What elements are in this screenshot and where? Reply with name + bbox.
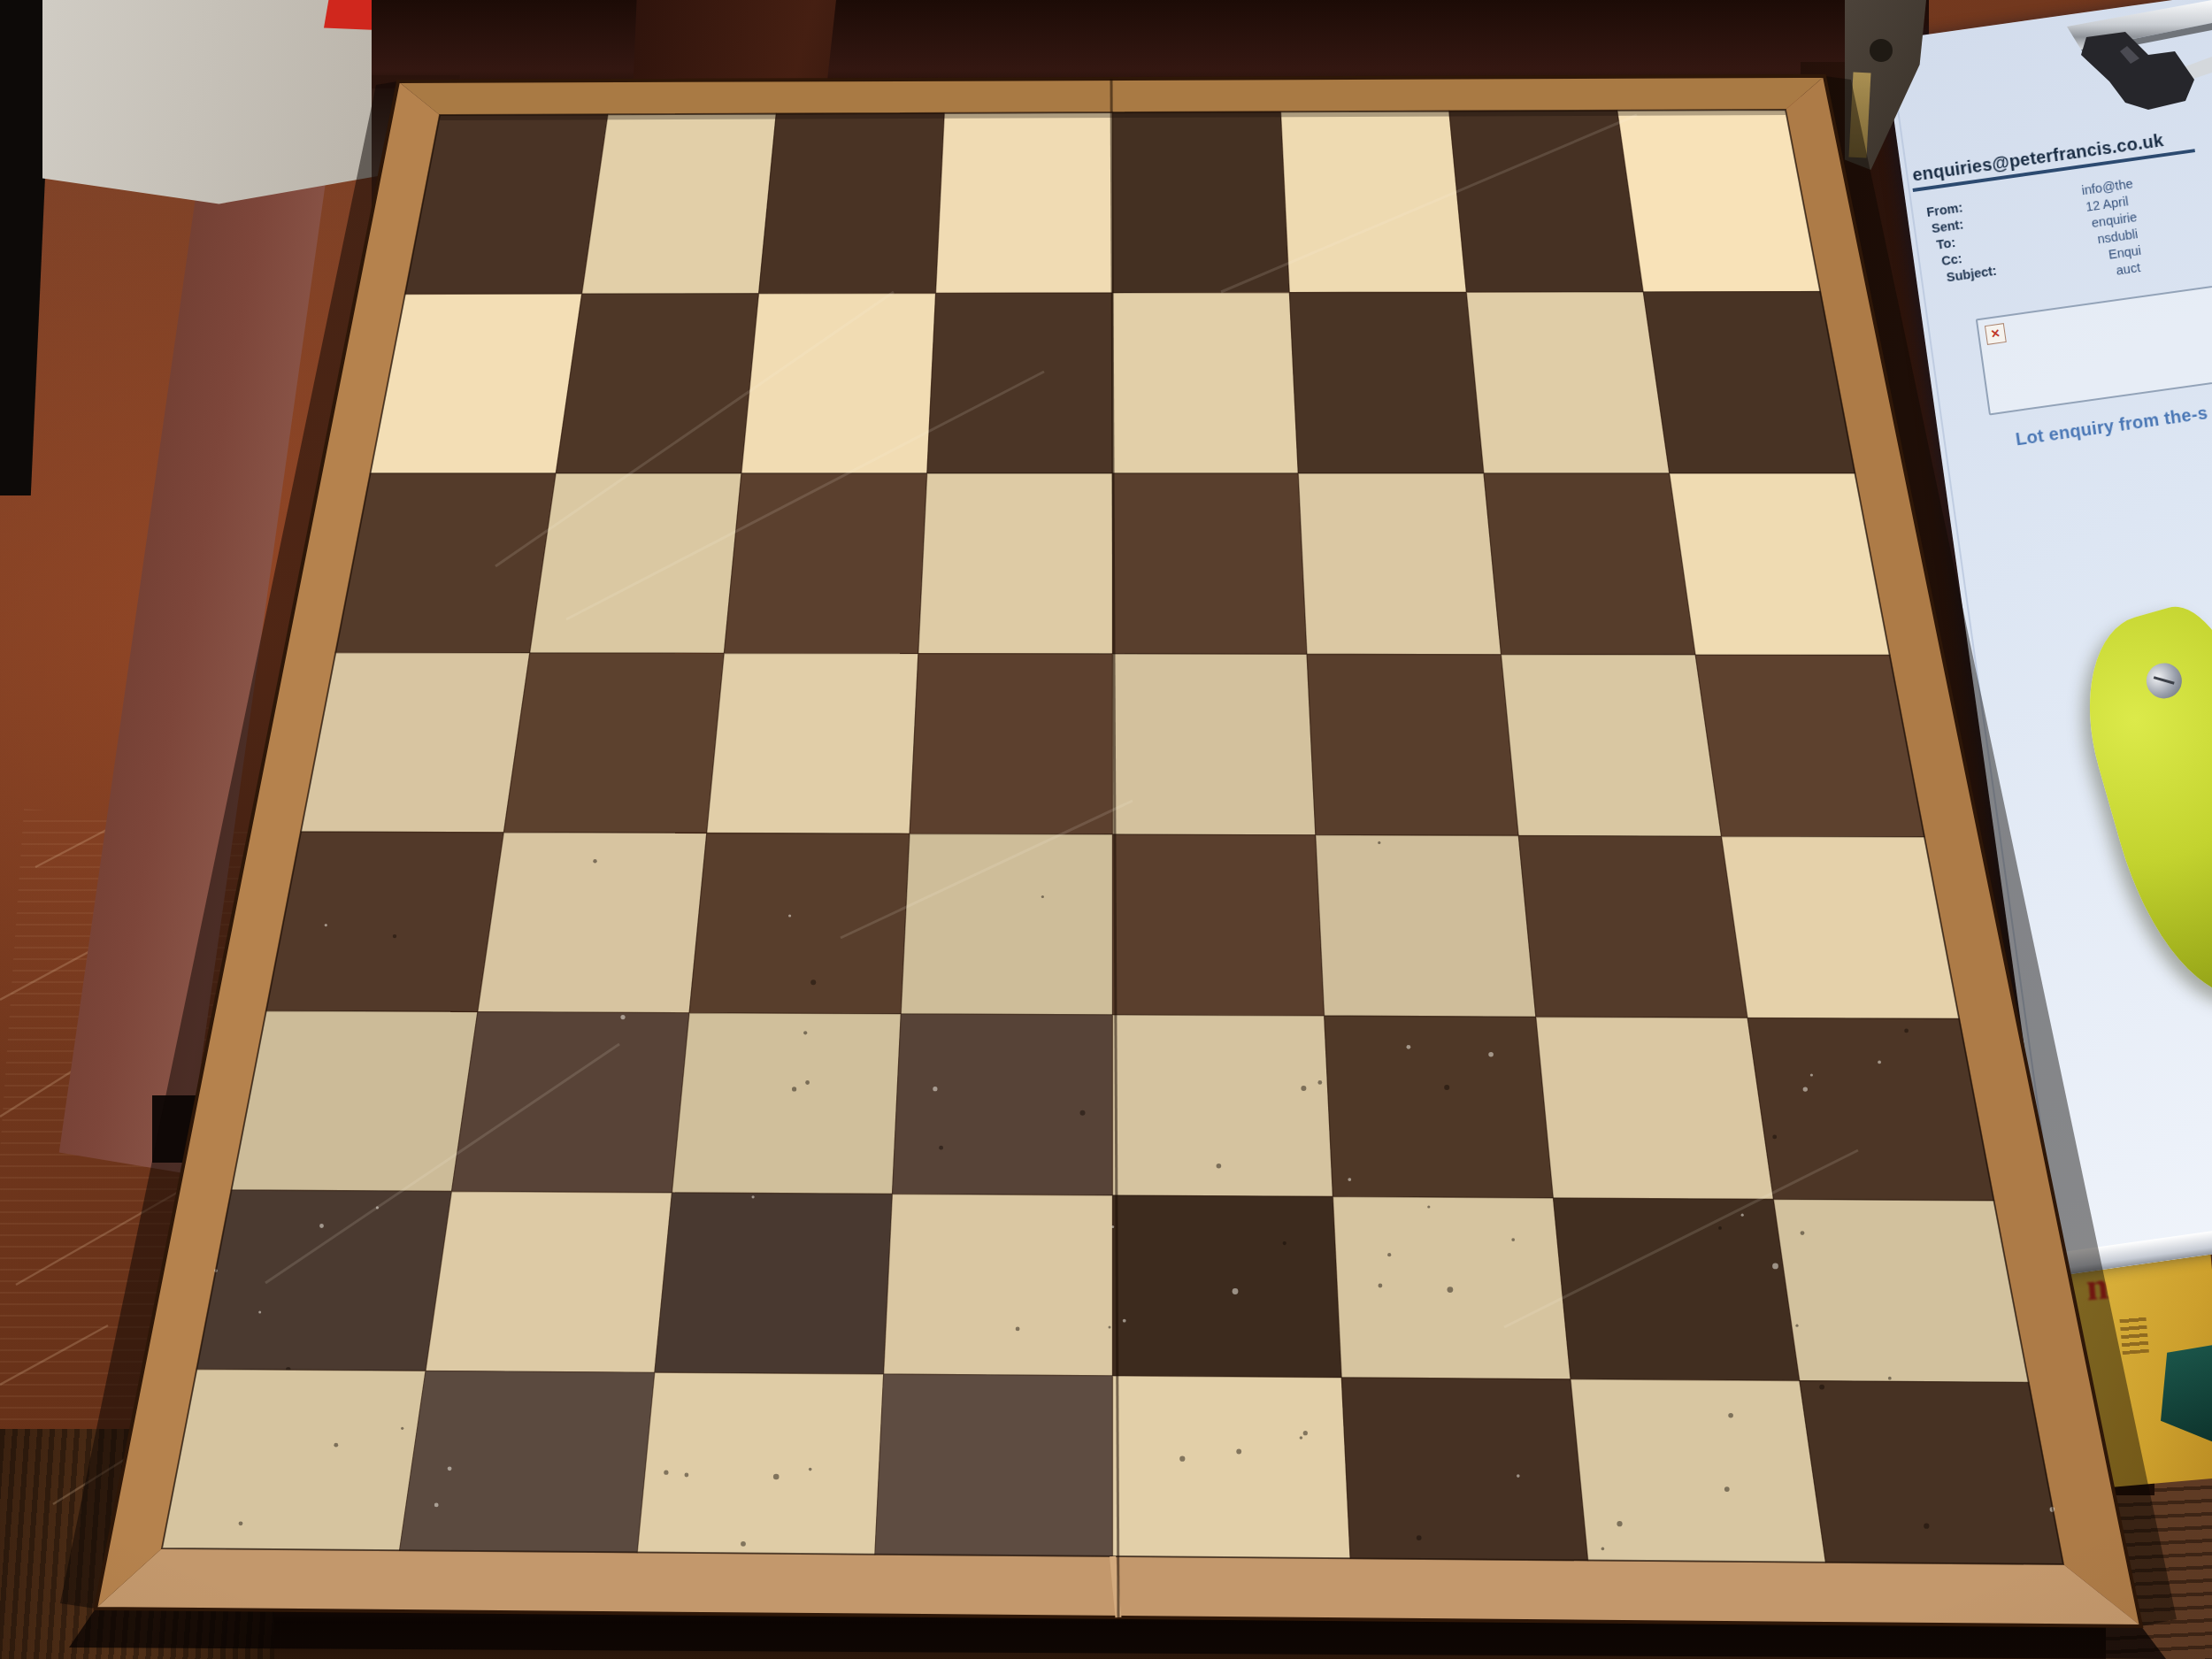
square-r7c0[interactable] [162, 1370, 426, 1551]
wear-speckle [1109, 1326, 1111, 1329]
photo-stage: nahn enquiries@peterfrancis.co.uk From:S… [0, 0, 2212, 1659]
wear-speckle [1233, 1288, 1239, 1294]
wear-speckle [1217, 1164, 1222, 1169]
wear-speckle [434, 1503, 439, 1508]
square-r1c7[interactable] [1643, 292, 1855, 474]
square-r4c7[interactable] [1722, 836, 1960, 1018]
wear-speckle [1300, 1436, 1303, 1440]
wear-speckle [792, 1087, 796, 1091]
square-r1c6[interactable] [1466, 292, 1669, 473]
wear-speckle [803, 1031, 807, 1034]
wear-speckle [1378, 841, 1380, 844]
wear-speckle [1123, 1319, 1126, 1323]
wear-speckle [664, 1471, 668, 1475]
wear-speckle [1795, 1325, 1798, 1327]
wear-speckle [933, 1087, 937, 1091]
wear-speckle [1080, 1110, 1086, 1116]
square-r6c7[interactable] [1774, 1200, 2029, 1383]
wear-speckle [1728, 1413, 1733, 1418]
square-r6c6[interactable] [1554, 1198, 1800, 1381]
wear-speckle [325, 924, 327, 926]
wear-speckle [809, 1468, 812, 1471]
wear-speckle [1444, 1085, 1449, 1090]
wear-speckle [1387, 1253, 1391, 1256]
square-r0c4[interactable] [1113, 111, 1290, 293]
square-r2c7[interactable] [1670, 473, 1890, 656]
gloss-sheen [196, 1190, 451, 1371]
square-r4c2[interactable] [689, 833, 910, 1014]
wear-speckle [1617, 1521, 1622, 1526]
wear-speckle [1283, 1241, 1286, 1245]
wear-speckle [1601, 1548, 1605, 1551]
wear-speckle [1888, 1377, 1892, 1380]
wear-speckle [1924, 1524, 1929, 1529]
square-r0c6[interactable] [1449, 111, 1644, 292]
square-r2c6[interactable] [1484, 473, 1695, 655]
wear-speckle [1303, 1431, 1308, 1435]
wear-speckle [1819, 1385, 1824, 1390]
square-r1c0[interactable] [371, 294, 582, 473]
wear-speckle [319, 1224, 324, 1228]
square-r2c3[interactable] [918, 473, 1113, 654]
gloss-sheen [875, 1374, 1113, 1556]
wear-speckle [1111, 1225, 1114, 1228]
square-r6c4[interactable] [1113, 1195, 1342, 1378]
wear-speckle [741, 1541, 746, 1547]
square-r3c1[interactable] [503, 653, 724, 833]
wear-speckle [1772, 1135, 1777, 1140]
gloss-sheen [452, 1012, 690, 1193]
square-r2c4[interactable] [1113, 473, 1308, 654]
wear-speckle [773, 1474, 780, 1480]
wear-speckle [1511, 1238, 1515, 1241]
wear-speckle [939, 1146, 943, 1150]
wear-speckle [1801, 1231, 1805, 1235]
square-r0c2[interactable] [759, 113, 945, 294]
square-r6c1[interactable] [426, 1192, 672, 1373]
square-r3c7[interactable] [1695, 655, 1924, 837]
square-r3c6[interactable] [1502, 655, 1722, 837]
wear-speckle [1427, 1205, 1430, 1208]
wear-speckle [334, 1443, 338, 1448]
wear-speckle [1417, 1535, 1422, 1540]
wear-speckle [1041, 895, 1044, 898]
square-r5c4[interactable] [1113, 1015, 1333, 1197]
wear-speckle [258, 1311, 261, 1314]
square-r2c2[interactable] [724, 473, 926, 654]
gloss-sheen [655, 1193, 893, 1374]
square-r2c5[interactable] [1298, 473, 1501, 655]
square-r4c6[interactable] [1518, 836, 1747, 1018]
wear-speckle [1803, 1087, 1808, 1091]
wear-speckle [1179, 1456, 1185, 1462]
square-r1c1[interactable] [556, 294, 758, 473]
square-r3c0[interactable] [301, 653, 530, 833]
square-r5c5[interactable] [1325, 1016, 1554, 1198]
square-r7c4[interactable] [1113, 1376, 1351, 1558]
wear-speckle [1448, 1286, 1454, 1293]
square-r1c2[interactable] [741, 293, 936, 473]
square-r5c6[interactable] [1536, 1017, 1774, 1199]
gloss-sheen [893, 1014, 1113, 1195]
square-r7c5[interactable] [1341, 1378, 1588, 1561]
square-r4c0[interactable] [266, 832, 504, 1012]
square-r1c4[interactable] [1113, 293, 1299, 473]
wear-speckle [685, 1473, 689, 1478]
wear-speckle [752, 1195, 755, 1198]
wear-speckle [593, 859, 596, 863]
wear-speckle [810, 979, 816, 985]
wear-speckle [788, 914, 791, 917]
wear-speckle [1236, 1449, 1241, 1455]
wear-speckle [1724, 1486, 1730, 1492]
wear-speckle [1718, 1226, 1722, 1230]
square-r5c2[interactable] [672, 1013, 902, 1194]
square-r3c4[interactable] [1113, 654, 1316, 835]
square-r0c1[interactable] [582, 114, 777, 295]
square-r3c5[interactable] [1307, 654, 1518, 835]
wear-speckle [1407, 1045, 1411, 1049]
wear-speckle [1379, 1284, 1383, 1288]
wear-speckle [1317, 1080, 1322, 1085]
wear-speckle [1348, 1178, 1351, 1181]
square-r3c2[interactable] [707, 653, 918, 833]
square-r6c3[interactable] [884, 1194, 1113, 1377]
square-r1c5[interactable] [1289, 292, 1484, 473]
square-r2c1[interactable] [530, 473, 741, 653]
square-r7c6[interactable] [1571, 1379, 1825, 1563]
wear-speckle [1810, 1073, 1813, 1076]
gloss-sheen [400, 1371, 655, 1552]
wear-speckle [1517, 1474, 1520, 1478]
wear-speckle [1488, 1052, 1494, 1057]
square-r7c2[interactable] [637, 1372, 883, 1555]
square-r7c7[interactable] [1800, 1381, 2063, 1564]
wear-speckle [1878, 1061, 1881, 1064]
wear-speckle [239, 1521, 243, 1525]
wear-speckle [1741, 1214, 1744, 1217]
wear-speckle [393, 934, 396, 938]
square-r2c0[interactable] [335, 473, 556, 653]
square-r4c5[interactable] [1316, 835, 1536, 1018]
square-r0c3[interactable] [936, 112, 1113, 293]
square-r5c7[interactable] [1747, 1018, 1993, 1201]
chessboard[interactable] [0, 0, 2212, 1659]
wear-speckle [1016, 1327, 1020, 1332]
wear-speckle [805, 1080, 810, 1085]
wear-speckle [401, 1427, 403, 1430]
wear-speckle [1301, 1086, 1306, 1091]
wear-speckle [620, 1015, 625, 1019]
square-r0c5[interactable] [1281, 111, 1467, 293]
wear-speckle [1772, 1263, 1778, 1270]
square-r4c1[interactable] [478, 833, 707, 1013]
square-r4c4[interactable] [1113, 834, 1325, 1016]
wear-speckle [448, 1466, 452, 1471]
square-r3c3[interactable] [910, 654, 1112, 834]
wear-speckle [1904, 1029, 1909, 1033]
